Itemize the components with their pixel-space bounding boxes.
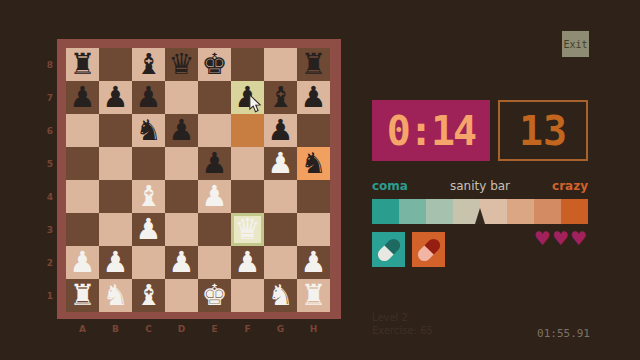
sanity-segment-8: [561, 199, 588, 224]
square-c1[interactable]: ♝: [132, 279, 165, 312]
level-label: Level 2: [372, 312, 408, 323]
square-a4[interactable]: [66, 180, 99, 213]
white-knight-b1[interactable]: ♞: [103, 279, 129, 312]
black-knight-h5[interactable]: ♞: [301, 147, 327, 180]
square-a1[interactable]: ♜: [66, 279, 99, 312]
square-f2[interactable]: ♟: [231, 246, 264, 279]
square-d1[interactable]: [165, 279, 198, 312]
sanity-segment-7: [534, 199, 561, 224]
move-clock: 0:14: [372, 100, 490, 161]
square-a3[interactable]: [66, 213, 99, 246]
heart-icon: ♥: [552, 227, 570, 249]
black-king-e8[interactable]: ♚: [202, 48, 228, 81]
square-c6[interactable]: ♞: [132, 114, 165, 147]
square-b3[interactable]: [99, 213, 132, 246]
square-f5[interactable]: [231, 147, 264, 180]
square-h4[interactable]: [297, 180, 330, 213]
black-pawn-h7[interactable]: ♟: [301, 81, 327, 114]
square-c7[interactable]: ♟: [132, 81, 165, 114]
white-queen-f3[interactable]: ♛: [235, 213, 261, 246]
square-a2[interactable]: ♟: [66, 246, 99, 279]
square-h2[interactable]: ♟: [297, 246, 330, 279]
rank-label-2: 2: [44, 258, 56, 268]
heart-icon: ♥: [570, 227, 588, 249]
square-f4[interactable]: [231, 180, 264, 213]
square-g4[interactable]: [264, 180, 297, 213]
square-c3[interactable]: ♟: [132, 213, 165, 246]
black-pawn-c7[interactable]: ♟: [136, 81, 162, 114]
sanity-label-crazy: crazy: [552, 179, 588, 193]
square-e4[interactable]: ♟: [198, 180, 231, 213]
square-a7[interactable]: ♟: [66, 81, 99, 114]
black-pawn-e5[interactable]: ♟: [202, 147, 228, 180]
square-e3[interactable]: [198, 213, 231, 246]
white-knight-g1[interactable]: ♞: [268, 279, 294, 312]
white-rook-a1[interactable]: ♜: [70, 279, 96, 312]
white-bishop-c4[interactable]: ♝: [136, 180, 162, 213]
square-b2[interactable]: ♟: [99, 246, 132, 279]
teal-pill-button[interactable]: [372, 232, 405, 267]
square-a6[interactable]: [66, 114, 99, 147]
square-g7[interactable]: ♝: [264, 81, 297, 114]
rank-label-5: 5: [44, 159, 56, 169]
white-pawn-a2[interactable]: ♟: [70, 246, 96, 279]
black-pawn-a7[interactable]: ♟: [70, 81, 96, 114]
square-d4[interactable]: [165, 180, 198, 213]
square-d7[interactable]: [165, 81, 198, 114]
square-c4[interactable]: ♝: [132, 180, 165, 213]
file-label-f: F: [231, 324, 264, 334]
sanity-bar-labels: coma sanity bar crazy: [372, 179, 588, 193]
sanity-segment-3: [426, 199, 453, 224]
move-clock-value: 0:14: [387, 108, 475, 154]
square-e7[interactable]: [198, 81, 231, 114]
lives-hearts: ♥♥♥: [533, 228, 588, 248]
white-pawn-h2[interactable]: ♟: [301, 246, 327, 279]
square-b7[interactable]: ♟: [99, 81, 132, 114]
sanity-segment-1: [372, 199, 399, 224]
rank-label-6: 6: [44, 126, 56, 136]
black-bishop-c8[interactable]: ♝: [136, 48, 162, 81]
square-h1[interactable]: ♜: [297, 279, 330, 312]
square-d8[interactable]: ♛: [165, 48, 198, 81]
session-time: 01:55.91: [498, 327, 590, 340]
square-h8[interactable]: ♜: [297, 48, 330, 81]
square-b1[interactable]: ♞: [99, 279, 132, 312]
square-e2[interactable]: [198, 246, 231, 279]
black-bishop-g7[interactable]: ♝: [268, 81, 294, 114]
file-label-g: G: [264, 324, 297, 334]
file-label-b: B: [99, 324, 132, 334]
heart-icon: ♥: [534, 227, 552, 249]
sanity-segment-2: [399, 199, 426, 224]
white-rook-h1[interactable]: ♜: [301, 279, 327, 312]
sanity-bar-title: sanity bar: [450, 179, 510, 193]
teal-pill-icon: [375, 236, 403, 264]
black-rook-h8[interactable]: ♜: [301, 48, 327, 81]
rank-label-4: 4: [44, 192, 56, 202]
white-bishop-c1[interactable]: ♝: [136, 279, 162, 312]
file-label-c: C: [132, 324, 165, 334]
chess-board[interactable]: ♜♝♛♚♜♟♟♟♟♝♟♞♟♟♟♟♞♝♟♟♛♟♟♟♟♟♜♞♝♚♞♜: [66, 48, 330, 312]
black-rook-a8[interactable]: ♜: [70, 48, 96, 81]
square-g6[interactable]: ♟: [264, 114, 297, 147]
square-e8[interactable]: ♚: [198, 48, 231, 81]
square-h5[interactable]: ♞: [297, 147, 330, 180]
file-label-h: H: [297, 324, 330, 334]
white-pawn-f2[interactable]: ♟: [235, 246, 261, 279]
black-knight-c6[interactable]: ♞: [136, 114, 162, 147]
file-label-a: A: [66, 324, 99, 334]
square-g2[interactable]: [264, 246, 297, 279]
mouse-cursor-icon: [248, 95, 262, 113]
square-g5[interactable]: ♟: [264, 147, 297, 180]
rank-label-8: 8: [44, 60, 56, 70]
orange-pill-button[interactable]: [412, 232, 445, 267]
square-f3[interactable]: ♛: [231, 213, 264, 246]
square-b4[interactable]: [99, 180, 132, 213]
sanity-bar: [372, 199, 588, 224]
square-h7[interactable]: ♟: [297, 81, 330, 114]
white-pawn-e4[interactable]: ♟: [202, 180, 228, 213]
file-label-d: D: [165, 324, 198, 334]
black-pawn-g6[interactable]: ♟: [268, 114, 294, 147]
white-pawn-c3[interactable]: ♟: [136, 213, 162, 246]
square-a8[interactable]: ♜: [66, 48, 99, 81]
square-d2[interactable]: ♟: [165, 246, 198, 279]
rank-label-3: 3: [44, 225, 56, 235]
square-b5[interactable]: [99, 147, 132, 180]
white-pawn-d2[interactable]: ♟: [169, 246, 195, 279]
white-pawn-b2[interactable]: ♟: [103, 246, 129, 279]
sanity-label-coma: coma: [372, 179, 408, 193]
square-g3[interactable]: [264, 213, 297, 246]
square-f6[interactable]: [231, 114, 264, 147]
square-b6[interactable]: [99, 114, 132, 147]
square-e5[interactable]: ♟: [198, 147, 231, 180]
black-pawn-d6[interactable]: ♟: [169, 114, 195, 147]
square-e1[interactable]: ♚: [198, 279, 231, 312]
file-label-e: E: [198, 324, 231, 334]
black-queen-d8[interactable]: ♛: [169, 48, 195, 81]
black-pawn-b7[interactable]: ♟: [103, 81, 129, 114]
white-pawn-g5[interactable]: ♟: [268, 147, 294, 180]
square-f8[interactable]: [231, 48, 264, 81]
square-e6[interactable]: [198, 114, 231, 147]
move-counter-value: 13: [519, 108, 567, 154]
move-counter: 13: [498, 100, 588, 161]
square-f1[interactable]: [231, 279, 264, 312]
chess-board-frame: ♜♝♛♚♜♟♟♟♟♝♟♞♟♟♟♟♞♝♟♟♛♟♟♟♟♟♜♞♝♚♞♜: [57, 39, 341, 319]
square-c5[interactable]: [132, 147, 165, 180]
square-g1[interactable]: ♞: [264, 279, 297, 312]
square-c2[interactable]: [132, 246, 165, 279]
square-h3[interactable]: [297, 213, 330, 246]
square-d5[interactable]: [165, 147, 198, 180]
square-g8[interactable]: [264, 48, 297, 81]
square-d6[interactable]: ♟: [165, 114, 198, 147]
square-c8[interactable]: ♝: [132, 48, 165, 81]
white-king-e1[interactable]: ♚: [202, 279, 228, 312]
game-screen: ♜♝♛♚♜♟♟♟♟♝♟♞♟♟♟♟♞♝♟♟♛♟♟♟♟♟♜♞♝♚♞♜ 8765432…: [0, 0, 640, 360]
square-a5[interactable]: [66, 147, 99, 180]
square-h6[interactable]: [297, 114, 330, 147]
square-b8[interactable]: [99, 48, 132, 81]
sanity-pointer-icon: [475, 208, 485, 224]
rank-label-7: 7: [44, 93, 56, 103]
sanity-segment-6: [507, 199, 534, 224]
rank-label-1: 1: [44, 291, 56, 301]
square-d3[interactable]: [165, 213, 198, 246]
exit-button[interactable]: Exit: [562, 31, 589, 57]
orange-pill-icon: [415, 236, 443, 264]
exercise-label: Exercise: 65: [372, 325, 433, 336]
